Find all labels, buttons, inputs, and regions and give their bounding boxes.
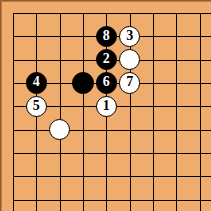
board-cell[interactable] <box>71 118 94 141</box>
board-cell[interactable] <box>1 118 24 141</box>
board-cell[interactable] <box>165 95 188 118</box>
board-cell[interactable]: 6 <box>95 71 118 94</box>
board-cell[interactable] <box>48 48 71 71</box>
board-cell[interactable] <box>165 48 188 71</box>
board-cell[interactable] <box>25 188 48 211</box>
board-cell[interactable] <box>118 188 141 211</box>
board-cell[interactable]: 3 <box>118 25 141 48</box>
board-cell[interactable] <box>48 95 71 118</box>
board-cell[interactable] <box>165 118 188 141</box>
board-cell[interactable] <box>165 1 188 24</box>
board-cell[interactable] <box>25 1 48 24</box>
board-cell[interactable] <box>95 1 118 24</box>
stone-number: 3 <box>126 29 133 44</box>
board-cell[interactable] <box>188 95 211 118</box>
board-cell[interactable] <box>165 71 188 94</box>
board-cell[interactable] <box>141 165 164 188</box>
go-stone-black-move-6: 6 <box>96 72 118 94</box>
board-cell[interactable] <box>48 25 71 48</box>
stone-number: 2 <box>103 52 110 67</box>
board-cell[interactable] <box>118 95 141 118</box>
stone-number: 7 <box>126 75 133 90</box>
board-cell[interactable] <box>188 25 211 48</box>
board-cell[interactable] <box>71 188 94 211</box>
board-cell[interactable] <box>118 165 141 188</box>
stone-number: 4 <box>33 75 40 90</box>
go-stone-black-move-4: 4 <box>26 72 48 94</box>
board-cell[interactable] <box>188 1 211 24</box>
go-stone-white-move-3: 3 <box>119 26 141 48</box>
board-cell[interactable] <box>165 25 188 48</box>
board-cell[interactable] <box>71 71 94 94</box>
board-cell[interactable] <box>25 25 48 48</box>
board-cell[interactable] <box>188 165 211 188</box>
board-cell[interactable]: 4 <box>25 71 48 94</box>
board-cell[interactable] <box>188 118 211 141</box>
board-cell[interactable] <box>48 71 71 94</box>
board-cell[interactable] <box>141 71 164 94</box>
board-cell[interactable] <box>71 1 94 24</box>
board-cell[interactable] <box>188 71 211 94</box>
board-cell[interactable] <box>71 165 94 188</box>
board-cell[interactable] <box>48 1 71 24</box>
board-cell[interactable] <box>188 188 211 211</box>
stone-number: 5 <box>33 99 40 114</box>
go-stone-white-move-1: 1 <box>96 96 118 118</box>
board-cell[interactable] <box>165 141 188 164</box>
stone-number: 1 <box>103 99 110 114</box>
go-stone-white-move-7: 7 <box>119 72 141 94</box>
go-stone-black-move-8: 8 <box>96 26 118 48</box>
board-cell[interactable] <box>141 141 164 164</box>
board-cell[interactable]: 5 <box>25 95 48 118</box>
stone-number: 8 <box>103 29 110 44</box>
board-cell[interactable] <box>141 95 164 118</box>
board-cell[interactable] <box>188 141 211 164</box>
board-cell[interactable] <box>141 1 164 24</box>
go-stone-black-plain <box>72 72 94 94</box>
board-grid: 83246751 <box>1 1 211 211</box>
go-board: 83246751 <box>0 0 211 211</box>
board-cell[interactable] <box>48 118 71 141</box>
board-cell[interactable] <box>141 48 164 71</box>
board-cell[interactable] <box>165 165 188 188</box>
board-cell[interactable] <box>48 188 71 211</box>
board-left-edge <box>0 0 2 211</box>
board-cell[interactable] <box>1 141 24 164</box>
board-cell[interactable]: 2 <box>95 48 118 71</box>
go-stone-black-move-2: 2 <box>96 49 118 71</box>
board-cell[interactable] <box>25 118 48 141</box>
board-cell[interactable] <box>1 1 24 24</box>
board-cell[interactable] <box>118 48 141 71</box>
board-cell[interactable] <box>25 141 48 164</box>
board-cell[interactable] <box>1 48 24 71</box>
board-cell[interactable] <box>71 95 94 118</box>
go-stone-white-plain <box>49 119 71 141</box>
board-cell[interactable] <box>1 188 24 211</box>
board-cell[interactable]: 1 <box>95 95 118 118</box>
board-cell[interactable] <box>48 141 71 164</box>
go-stone-white-plain <box>119 49 141 71</box>
board-top-edge <box>0 0 211 2</box>
board-cell[interactable] <box>71 141 94 164</box>
board-cell[interactable] <box>25 48 48 71</box>
go-stone-white-move-5: 5 <box>26 96 48 118</box>
board-cell[interactable] <box>1 165 24 188</box>
board-cell[interactable] <box>71 25 94 48</box>
board-cell[interactable]: 7 <box>118 71 141 94</box>
board-cell[interactable] <box>141 188 164 211</box>
board-cell[interactable]: 8 <box>95 25 118 48</box>
board-cell[interactable] <box>95 165 118 188</box>
board-cell[interactable] <box>165 188 188 211</box>
board-cell[interactable] <box>118 1 141 24</box>
board-cell[interactable] <box>118 118 141 141</box>
board-cell[interactable] <box>95 141 118 164</box>
board-cell[interactable] <box>95 118 118 141</box>
board-cell[interactable] <box>1 95 24 118</box>
board-cell[interactable] <box>1 71 24 94</box>
board-cell[interactable] <box>48 165 71 188</box>
board-cell[interactable] <box>71 48 94 71</box>
board-cell[interactable] <box>95 188 118 211</box>
board-cell[interactable] <box>118 141 141 164</box>
board-cell[interactable] <box>141 25 164 48</box>
board-cell[interactable] <box>25 165 48 188</box>
board-cell[interactable] <box>1 25 24 48</box>
board-cell[interactable] <box>188 48 211 71</box>
stone-number: 6 <box>103 75 110 90</box>
board-cell[interactable] <box>141 118 164 141</box>
